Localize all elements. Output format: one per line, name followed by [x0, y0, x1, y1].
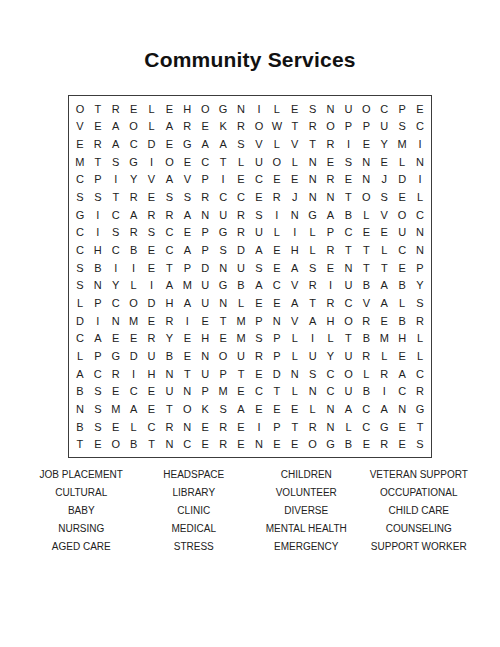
word-item: VOLUNTEER	[253, 484, 360, 502]
grid-cell-r17c6: U	[160, 382, 178, 400]
grid-cell-r5c10: E	[232, 171, 250, 189]
grid-cell-r7c3: C	[107, 206, 125, 224]
grid-cell-r17c20: R	[411, 382, 429, 400]
grid-cell-r6c4: R	[125, 188, 143, 206]
grid-cell-r18c20: G	[411, 400, 429, 418]
grid-cell-r4c16: S	[339, 153, 357, 171]
grid-cell-r19c14: R	[304, 418, 322, 436]
grid-cell-r12c16: C	[339, 294, 357, 312]
grid-cell-r15c6: B	[160, 347, 178, 365]
grid-cell-r6c1: S	[71, 188, 89, 206]
grid-cell-r13c8: E	[196, 312, 214, 330]
grid-cell-r14c4: E	[125, 329, 143, 347]
grid-cell-r1c3: R	[107, 100, 125, 118]
grid-cell-r3c13: V	[286, 135, 304, 153]
grid-cell-r13c1: D	[71, 312, 89, 330]
grid-cell-r15c7: E	[178, 347, 196, 365]
grid-cell-r1c15: N	[322, 100, 340, 118]
grid-cell-r7c20: C	[411, 206, 429, 224]
grid-cell-r3c15: R	[322, 135, 340, 153]
grid-cell-r7c2: I	[89, 206, 107, 224]
grid-cell-r2c10: R	[232, 118, 250, 136]
grid-cell-r16c20: C	[411, 365, 429, 383]
grid-cell-r14c5: R	[143, 329, 161, 347]
grid-cell-r9c20: N	[411, 241, 429, 259]
grid-cell-r19c1: B	[71, 418, 89, 436]
grid-cell-r14c20: L	[411, 329, 429, 347]
grid-cell-r6c9: C	[214, 188, 232, 206]
grid-cell-r7c17: L	[357, 206, 375, 224]
grid-cell-r5c9: I	[214, 171, 232, 189]
grid-cell-r1c17: O	[357, 100, 375, 118]
grid-cell-r14c8: H	[196, 329, 214, 347]
grid-cell-r17c19: C	[393, 382, 411, 400]
grid-cell-r15c19: E	[393, 347, 411, 365]
grid-cell-r12c1: L	[71, 294, 89, 312]
grid-cell-r7c18: V	[375, 206, 393, 224]
grid-cell-r16c13: N	[286, 365, 304, 383]
grid-cell-r20c17: E	[357, 435, 375, 453]
grid-cell-r19c4: L	[125, 418, 143, 436]
grid-cell-r1c4: E	[125, 100, 143, 118]
grid-cell-r2c4: O	[125, 118, 143, 136]
grid-cell-r12c20: S	[411, 294, 429, 312]
grid-cell-r3c16: I	[339, 135, 357, 153]
grid-cell-r4c9: T	[214, 153, 232, 171]
grid-cell-r9c2: H	[89, 241, 107, 259]
grid-cell-r8c7: E	[178, 224, 196, 242]
grid-cell-r19c9: R	[214, 418, 232, 436]
grid-cell-r3c20: I	[411, 135, 429, 153]
grid-cell-r16c14: S	[304, 365, 322, 383]
grid-cell-r5c15: R	[322, 171, 340, 189]
grid-cell-r9c5: E	[143, 241, 161, 259]
word-item: CULTURAL	[28, 484, 135, 502]
grid-cell-r15c8: N	[196, 347, 214, 365]
grid-cell-r5c18: J	[375, 171, 393, 189]
grid-cell-r4c8: C	[196, 153, 214, 171]
grid-cell-r17c17: B	[357, 382, 375, 400]
grid-cell-r12c6: H	[160, 294, 178, 312]
grid-cell-r9c9: S	[214, 241, 232, 259]
grid-cell-r12c12: E	[268, 294, 286, 312]
grid-cell-r1c12: L	[268, 100, 286, 118]
grid-cell-r14c9: E	[214, 329, 232, 347]
grid-cell-r17c10: E	[232, 382, 250, 400]
grid-cell-r20c15: G	[322, 435, 340, 453]
grid-cell-r4c1: M	[71, 153, 89, 171]
grid-cell-r16c10: T	[232, 365, 250, 383]
grid-cell-r14c1: C	[71, 329, 89, 347]
grid-cell-r10c10: U	[232, 259, 250, 277]
grid-cell-r1c5: L	[143, 100, 161, 118]
grid-cell-r2c9: K	[214, 118, 232, 136]
grid-cell-r13c13: V	[286, 312, 304, 330]
grid-cell-r19c16: L	[339, 418, 357, 436]
grid-cell-r8c11: U	[250, 224, 268, 242]
grid-cell-r4c7: E	[178, 153, 196, 171]
grid-cell-r16c4: I	[125, 365, 143, 383]
grid-cell-r9c17: T	[357, 241, 375, 259]
grid-cell-r13c20: R	[411, 312, 429, 330]
grid-cell-r20c2: E	[89, 435, 107, 453]
grid-cell-r10c7: P	[178, 259, 196, 277]
grid-cell-r14c19: H	[393, 329, 411, 347]
grid-cell-r11c13: V	[286, 276, 304, 294]
grid-cell-r6c2: S	[89, 188, 107, 206]
grid-cell-r13c12: N	[268, 312, 286, 330]
grid-cell-r1c14: S	[304, 100, 322, 118]
grid-cell-r13c16: O	[339, 312, 357, 330]
grid-cell-r7c8: N	[196, 206, 214, 224]
grid-cell-r14c12: P	[268, 329, 286, 347]
grid-cell-r14c6: Y	[160, 329, 178, 347]
grid-cell-r3c11: V	[250, 135, 268, 153]
grid-cell-r18c4: A	[125, 400, 143, 418]
grid-cell-r10c11: S	[250, 259, 268, 277]
grid-cell-r3c17: E	[357, 135, 375, 153]
grid-cell-r12c8: U	[196, 294, 214, 312]
grid-cell-r1c20: E	[411, 100, 429, 118]
grid-cell-r12c9: N	[214, 294, 232, 312]
grid-cell-r5c11: C	[250, 171, 268, 189]
grid-cell-r20c12: E	[268, 435, 286, 453]
grid-cell-r6c5: E	[143, 188, 161, 206]
grid-cell-r8c13: I	[286, 224, 304, 242]
word-column-2: HEADSPACELIBRARYCLINICMEDICALSTRESS	[141, 466, 248, 556]
grid-cell-r11c19: B	[393, 276, 411, 294]
word-column-3: CHILDRENVOLUNTEERDIVERSEMENTAL HEALTHEME…	[253, 466, 360, 556]
grid-cell-r18c12: E	[268, 400, 286, 418]
grid-cell-r12c11: E	[250, 294, 268, 312]
grid-cell-r8c18: E	[375, 224, 393, 242]
grid-cell-r16c3: R	[107, 365, 125, 383]
grid-cell-r10c4: I	[125, 259, 143, 277]
grid-cell-r16c1: A	[71, 365, 89, 383]
grid-cell-r7c12: I	[268, 206, 286, 224]
grid-cell-r5c6: A	[160, 171, 178, 189]
grid-cell-r4c14: N	[304, 153, 322, 171]
grid-cell-r12c15: R	[322, 294, 340, 312]
word-item: CHILDREN	[253, 466, 360, 484]
word-item: LIBRARY	[141, 484, 248, 502]
grid-cell-r15c16: U	[339, 347, 357, 365]
word-item: EMERGENCY	[253, 538, 360, 556]
grid-cell-r6c15: N	[322, 188, 340, 206]
grid-cell-r15c13: L	[286, 347, 304, 365]
word-item: BABY	[28, 502, 135, 520]
grid-cell-r7c13: N	[286, 206, 304, 224]
grid-cell-r5c14: N	[304, 171, 322, 189]
grid-cell-r18c3: M	[107, 400, 125, 418]
grid-cell-r16c2: C	[89, 365, 107, 383]
grid-cell-r11c8: U	[196, 276, 214, 294]
grid-cell-r5c17: N	[357, 171, 375, 189]
grid-cell-r3c5: D	[143, 135, 161, 153]
grid-cell-r9c1: C	[71, 241, 89, 259]
grid-cell-r19c19: E	[393, 418, 411, 436]
puzzle-title: Community Services	[0, 48, 500, 72]
grid-cell-r9c8: P	[196, 241, 214, 259]
grid-cell-r18c8: K	[196, 400, 214, 418]
grid-cell-r10c3: I	[107, 259, 125, 277]
grid-cell-r8c1: C	[71, 224, 89, 242]
grid-cell-r8c15: P	[322, 224, 340, 242]
grid-cell-r15c14: U	[304, 347, 322, 365]
grid-cell-r3c19: M	[393, 135, 411, 153]
grid-cell-r12c3: C	[107, 294, 125, 312]
grid-cell-r10c19: E	[393, 259, 411, 277]
grid-cell-r10c6: T	[160, 259, 178, 277]
word-item: VETERAN SUPPORT	[366, 466, 473, 484]
grid-cell-r7c14: G	[304, 206, 322, 224]
grid-cell-r3c4: C	[125, 135, 143, 153]
grid-cell-r7c15: A	[322, 206, 340, 224]
grid-cell-r20c14: O	[304, 435, 322, 453]
grid-cell-r17c7: N	[178, 382, 196, 400]
grid-cell-r8c3: S	[107, 224, 125, 242]
grid-cell-r15c15: Y	[322, 347, 340, 365]
grid-cell-r18c13: E	[286, 400, 304, 418]
grid-cell-r18c5: E	[143, 400, 161, 418]
grid-cell-r16c17: L	[357, 365, 375, 383]
grid-cell-r2c17: P	[357, 118, 375, 136]
grid-cell-r9c16: T	[339, 241, 357, 259]
grid-cell-r14c10: M	[232, 329, 250, 347]
grid-cell-r16c18: R	[375, 365, 393, 383]
grid-cell-r15c9: O	[214, 347, 232, 365]
grid-cell-r16c12: D	[268, 365, 286, 383]
grid-cell-r8c20: N	[411, 224, 429, 242]
grid-cell-r13c19: B	[393, 312, 411, 330]
grid-cell-r11c10: B	[232, 276, 250, 294]
grid-cell-r1c16: U	[339, 100, 357, 118]
word-item: JOB PLACEMENT	[28, 466, 135, 484]
grid-cell-r3c8: A	[196, 135, 214, 153]
grid-cell-r4c5: I	[143, 153, 161, 171]
word-column-1: JOB PLACEMENTCULTURALBABYNURSINGAGED CAR…	[28, 466, 135, 556]
grid-cell-r19c5: C	[143, 418, 161, 436]
grid-cell-r9c19: C	[393, 241, 411, 259]
grid-cell-r3c14: T	[304, 135, 322, 153]
grid-cell-r16c9: P	[214, 365, 232, 383]
word-item: AGED CARE	[28, 538, 135, 556]
grid-cell-r10c15: E	[322, 259, 340, 277]
grid-cell-r10c9: N	[214, 259, 232, 277]
grid-cell-r4c15: E	[322, 153, 340, 171]
grid-cell-r7c11: S	[250, 206, 268, 224]
grid-cell-r20c16: B	[339, 435, 357, 453]
grid-cell-r5c1: C	[71, 171, 89, 189]
grid-cell-r18c14: L	[304, 400, 322, 418]
word-item: CLINIC	[141, 502, 248, 520]
grid-cell-r6c20: L	[411, 188, 429, 206]
puzzle-page: Community Services OTRELEHOGNILESNUOCPEV…	[0, 0, 500, 647]
grid-cell-r6c10: C	[232, 188, 250, 206]
grid-cell-r14c18: M	[375, 329, 393, 347]
grid-cell-r20c7: C	[178, 435, 196, 453]
grid-cell-r7c1: G	[71, 206, 89, 224]
word-item: DIVERSE	[253, 502, 360, 520]
grid-cell-r13c18: E	[375, 312, 393, 330]
grid-cell-r8c8: P	[196, 224, 214, 242]
word-column-4: VETERAN SUPPORTOCCUPATIONALCHILD CARECOU…	[366, 466, 473, 556]
grid-cell-r17c13: L	[286, 382, 304, 400]
grid-cell-r3c3: A	[107, 135, 125, 153]
grid-cell-r19c20: T	[411, 418, 429, 436]
grid-cell-r13c3: N	[107, 312, 125, 330]
grid-cell-r10c8: D	[196, 259, 214, 277]
grid-cell-r15c2: P	[89, 347, 107, 365]
grid-cell-r2c6: A	[160, 118, 178, 136]
grid-cell-r5c8: P	[196, 171, 214, 189]
grid-cell-r11c15: I	[322, 276, 340, 294]
grid-cell-r3c12: L	[268, 135, 286, 153]
grid-cell-r8c12: L	[268, 224, 286, 242]
grid-cell-r10c13: A	[286, 259, 304, 277]
grid-cell-r11c18: A	[375, 276, 393, 294]
grid-cell-r15c10: U	[232, 347, 250, 365]
grid-cell-r9c6: C	[160, 241, 178, 259]
grid-cell-r2c8: E	[196, 118, 214, 136]
grid-cell-r10c12: E	[268, 259, 286, 277]
grid-cell-r8c9: G	[214, 224, 232, 242]
grid-cell-r6c8: R	[196, 188, 214, 206]
grid-cell-r14c17: B	[357, 329, 375, 347]
grid-cell-r13c2: I	[89, 312, 107, 330]
grid-cell-r1c6: E	[160, 100, 178, 118]
grid-cell-r13c7: I	[178, 312, 196, 330]
grid-cell-r2c18: U	[375, 118, 393, 136]
grid-cell-r9c10: D	[232, 241, 250, 259]
grid-cell-r10c5: E	[143, 259, 161, 277]
grid-cell-r17c9: M	[214, 382, 232, 400]
grid-cell-r4c20: N	[411, 153, 429, 171]
grid-cell-r2c16: P	[339, 118, 357, 136]
grid-cell-r5c7: V	[178, 171, 196, 189]
grid-cell-r15c12: P	[268, 347, 286, 365]
grid-cell-r20c19: E	[393, 435, 411, 453]
grid-cell-r1c1: O	[71, 100, 89, 118]
grid-cell-r5c16: E	[339, 171, 357, 189]
grid-cell-r1c2: T	[89, 100, 107, 118]
grid-cell-r7c16: B	[339, 206, 357, 224]
grid-cell-r6c12: R	[268, 188, 286, 206]
grid-cell-r18c17: C	[357, 400, 375, 418]
grid-cell-r4c18: E	[375, 153, 393, 171]
grid-cell-r13c6: R	[160, 312, 178, 330]
grid-cell-r5c19: D	[393, 171, 411, 189]
grid-cell-r15c11: R	[250, 347, 268, 365]
grid-cell-r7c5: R	[143, 206, 161, 224]
grid-cell-r2c13: T	[286, 118, 304, 136]
grid-cell-r17c1: B	[71, 382, 89, 400]
grid-cell-r9c13: H	[286, 241, 304, 259]
grid-cell-r18c15: N	[322, 400, 340, 418]
grid-cell-r12c17: V	[357, 294, 375, 312]
grid-cell-r20c1: T	[71, 435, 89, 453]
grid-cell-r4c19: L	[393, 153, 411, 171]
grid-cell-r2c3: A	[107, 118, 125, 136]
grid-cell-r16c5: H	[143, 365, 161, 383]
grid-cell-r19c6: R	[160, 418, 178, 436]
grid-cell-r16c15: C	[322, 365, 340, 383]
grid-cell-r8c10: R	[232, 224, 250, 242]
grid-cell-r19c18: G	[375, 418, 393, 436]
grid-cell-r17c15: C	[322, 382, 340, 400]
grid-cell-r7c7: A	[178, 206, 196, 224]
grid-cell-r2c20: C	[411, 118, 429, 136]
grid-cell-r2c12: W	[268, 118, 286, 136]
grid-cell-r8c17: E	[357, 224, 375, 242]
grid-cell-r18c1: N	[71, 400, 89, 418]
grid-cell-r18c18: A	[375, 400, 393, 418]
grid-cell-r17c16: U	[339, 382, 357, 400]
grid-cell-r5c20: I	[411, 171, 429, 189]
grid-cell-r5c12: E	[268, 171, 286, 189]
grid-cell-r17c2: S	[89, 382, 107, 400]
grid-cell-r6c17: O	[357, 188, 375, 206]
grid-cell-r8c19: U	[393, 224, 411, 242]
grid-cell-r2c11: O	[250, 118, 268, 136]
grid-cell-r10c1: S	[71, 259, 89, 277]
grid-cell-r12c19: L	[393, 294, 411, 312]
grid-cell-r19c12: P	[268, 418, 286, 436]
grid-cell-r14c11: S	[250, 329, 268, 347]
grid-cell-r13c10: M	[232, 312, 250, 330]
grid-cell-r15c18: L	[375, 347, 393, 365]
grid-cell-r16c19: A	[393, 365, 411, 383]
grid-cell-r11c3: Y	[107, 276, 125, 294]
grid-cell-r3c1: E	[71, 135, 89, 153]
grid-cell-r2c19: S	[393, 118, 411, 136]
grid-cell-r5c5: V	[143, 171, 161, 189]
grid-cell-r3c7: G	[178, 135, 196, 153]
word-item: OCCUPATIONAL	[366, 484, 473, 502]
grid-cell-r17c4: C	[125, 382, 143, 400]
grid-cell-r14c7: E	[178, 329, 196, 347]
word-item: SUPPORT WORKER	[366, 538, 473, 556]
grid-cell-r15c5: U	[143, 347, 161, 365]
grid-cell-r2c14: R	[304, 118, 322, 136]
grid-cell-r18c2: S	[89, 400, 107, 418]
grid-cell-r3c6: E	[160, 135, 178, 153]
grid-cell-r16c6: N	[160, 365, 178, 383]
grid-cell-r20c4: B	[125, 435, 143, 453]
grid-cell-r14c13: L	[286, 329, 304, 347]
grid-cell-r12c2: P	[89, 294, 107, 312]
grid-cell-r3c10: S	[232, 135, 250, 153]
grid-cell-r20c6: N	[160, 435, 178, 453]
grid-cell-r2c1: V	[71, 118, 89, 136]
grid-cell-r17c12: T	[268, 382, 286, 400]
grid-cell-r18c6: T	[160, 400, 178, 418]
grid-cell-r4c12: O	[268, 153, 286, 171]
grid-cell-r19c8: E	[196, 418, 214, 436]
word-item: COUNSELING	[366, 520, 473, 538]
word-item: CHILD CARE	[366, 502, 473, 520]
grid-cell-r13c17: R	[357, 312, 375, 330]
grid-cell-r2c15: O	[322, 118, 340, 136]
grid-cell-r11c14: R	[304, 276, 322, 294]
grid-cell-r20c8: E	[196, 435, 214, 453]
grid-cell-r19c2: S	[89, 418, 107, 436]
grid-cell-r9c18: L	[375, 241, 393, 259]
grid-cell-r19c11: I	[250, 418, 268, 436]
grid-cell-r16c16: O	[339, 365, 357, 383]
grid-cell-r7c6: R	[160, 206, 178, 224]
grid-cell-r11c17: B	[357, 276, 375, 294]
